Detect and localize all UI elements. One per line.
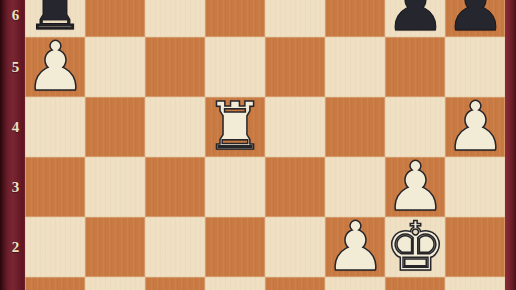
square-b3[interactable]	[85, 157, 145, 217]
rank-label-3: 3	[8, 179, 23, 196]
square-h4[interactable]: ♟	[445, 97, 505, 157]
square-c1[interactable]	[145, 277, 205, 290]
square-b6[interactable]	[85, 0, 145, 37]
black-pawn-h6[interactable]: ♟	[445, 0, 505, 37]
square-c2[interactable]	[145, 217, 205, 277]
square-b5[interactable]	[85, 37, 145, 97]
rank-label-5: 5	[8, 59, 23, 76]
square-b1[interactable]	[85, 277, 145, 290]
square-h6[interactable]: ♟	[445, 0, 505, 37]
square-a2[interactable]	[25, 217, 85, 277]
rank-label-2: 2	[8, 239, 23, 256]
square-a3[interactable]	[25, 157, 85, 217]
rank-label-4: 4	[8, 119, 23, 136]
white-king-g2[interactable]: ♚	[385, 217, 445, 277]
chess-board: ♜♟♟♟♜♟♟♟♚	[25, 0, 505, 290]
board-left-border: 65432	[0, 0, 25, 290]
square-e3[interactable]	[265, 157, 325, 217]
square-a4[interactable]	[25, 97, 85, 157]
white-pawn-a5[interactable]: ♟	[25, 37, 85, 97]
square-c4[interactable]	[145, 97, 205, 157]
square-b4[interactable]	[85, 97, 145, 157]
square-g6[interactable]: ♟	[385, 0, 445, 37]
square-e1[interactable]	[265, 277, 325, 290]
square-e4[interactable]	[265, 97, 325, 157]
square-b2[interactable]	[85, 217, 145, 277]
square-d3[interactable]	[205, 157, 265, 217]
square-a1[interactable]	[25, 277, 85, 290]
chess-video-frame: ♜♟♟♟♜♟♟♟♚ 65432	[0, 0, 516, 290]
square-g5[interactable]	[385, 37, 445, 97]
white-pawn-h4[interactable]: ♟	[445, 97, 505, 157]
square-a5[interactable]: ♟	[25, 37, 85, 97]
square-c5[interactable]	[145, 37, 205, 97]
square-d2[interactable]	[205, 217, 265, 277]
square-h2[interactable]	[445, 217, 505, 277]
square-f5[interactable]	[325, 37, 385, 97]
square-c6[interactable]	[145, 0, 205, 37]
square-d6[interactable]	[205, 0, 265, 37]
square-f1[interactable]	[325, 277, 385, 290]
square-e2[interactable]	[265, 217, 325, 277]
black-pawn-g6[interactable]: ♟	[385, 0, 445, 37]
square-f6[interactable]	[325, 0, 385, 37]
square-c3[interactable]	[145, 157, 205, 217]
square-f4[interactable]	[325, 97, 385, 157]
square-d4[interactable]: ♜	[205, 97, 265, 157]
white-rook-d4[interactable]: ♜	[205, 97, 265, 157]
white-pawn-f2[interactable]: ♟	[325, 217, 385, 277]
square-d1[interactable]	[205, 277, 265, 290]
square-g1[interactable]	[385, 277, 445, 290]
square-e6[interactable]	[265, 0, 325, 37]
square-h3[interactable]	[445, 157, 505, 217]
square-h1[interactable]	[445, 277, 505, 290]
board-right-border	[505, 0, 516, 290]
square-g2[interactable]: ♚	[385, 217, 445, 277]
square-e5[interactable]	[265, 37, 325, 97]
square-f2[interactable]: ♟	[325, 217, 385, 277]
rank-label-6: 6	[8, 7, 23, 24]
